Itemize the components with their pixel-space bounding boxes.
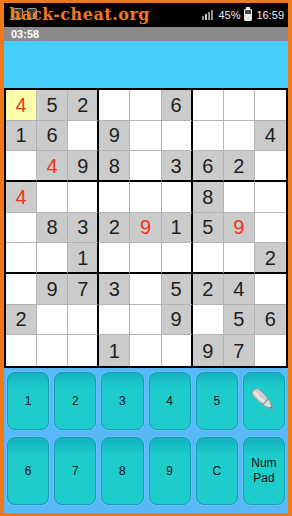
cell-r5c8[interactable]: 9 (224, 213, 255, 244)
cell-r8c4[interactable] (99, 305, 130, 336)
game-timer: 03:58 (4, 27, 288, 41)
cell-r6c1[interactable] (6, 243, 37, 274)
cell-r7c1[interactable] (6, 274, 37, 305)
pencil-icon (246, 383, 282, 419)
cell-r6c5[interactable] (130, 243, 161, 274)
ad-banner (4, 41, 288, 88)
cell-r3c5[interactable] (130, 151, 161, 182)
cell-r4c1[interactable]: 4 (6, 182, 37, 213)
cell-r1c7[interactable] (193, 90, 224, 121)
key-7[interactable]: 7 (54, 437, 96, 505)
sudoku-board: 45261694498362488329159129735242956197 (4, 88, 288, 368)
cell-r4c5[interactable] (130, 182, 161, 213)
cell-r8c6[interactable]: 9 (162, 305, 193, 336)
cell-r3c6[interactable]: 3 (162, 151, 193, 182)
cell-r9c6[interactable] (162, 335, 193, 366)
cell-r1c2[interactable]: 5 (37, 90, 68, 121)
cell-r4c7[interactable]: 8 (193, 182, 224, 213)
cell-r3c4[interactable]: 8 (99, 151, 130, 182)
cell-r8c1[interactable]: 2 (6, 305, 37, 336)
cell-r7c5[interactable] (130, 274, 161, 305)
cell-r1c3[interactable]: 2 (68, 90, 99, 121)
cell-r2c9[interactable]: 4 (255, 121, 286, 152)
cell-r1c6[interactable]: 6 (162, 90, 193, 121)
cell-r4c4[interactable] (99, 182, 130, 213)
cell-r5c6[interactable]: 1 (162, 213, 193, 244)
key-3[interactable]: 3 (101, 372, 143, 430)
cell-r3c3[interactable]: 9 (68, 151, 99, 182)
cell-r5c9[interactable] (255, 213, 286, 244)
battery-percent: 45% (218, 9, 240, 21)
cell-r4c8[interactable] (224, 182, 255, 213)
cell-r6c4[interactable] (99, 243, 130, 274)
signal-strength-icon (202, 10, 213, 20)
cell-r9c1[interactable] (6, 335, 37, 366)
cell-r2c1[interactable]: 1 (6, 121, 37, 152)
clock-text: 16:59 (256, 9, 284, 21)
key-1[interactable]: 1 (7, 372, 49, 430)
clear-button[interactable]: C (196, 437, 238, 505)
cell-r9c8[interactable]: 7 (224, 335, 255, 366)
cell-r9c3[interactable] (68, 335, 99, 366)
cell-r5c1[interactable] (6, 213, 37, 244)
key-9[interactable]: 9 (149, 437, 191, 505)
number-pad: 12345 6789CNum Pad (4, 368, 288, 513)
cell-r1c5[interactable] (130, 90, 161, 121)
cell-r9c7[interactable]: 9 (193, 335, 224, 366)
cell-r1c8[interactable] (224, 90, 255, 121)
pad-row-1: 12345 (7, 372, 285, 430)
cell-r5c5[interactable]: 9 (130, 213, 161, 244)
cell-r8c3[interactable] (68, 305, 99, 336)
watermark-text: hack-cheat.org (9, 5, 150, 24)
cell-r8c5[interactable] (130, 305, 161, 336)
pencil-button[interactable] (243, 372, 285, 430)
key-8[interactable]: 8 (101, 437, 143, 505)
cell-r1c9[interactable] (255, 90, 286, 121)
cell-r7c7[interactable]: 2 (193, 274, 224, 305)
cell-r3c7[interactable]: 6 (193, 151, 224, 182)
cell-r8c2[interactable] (37, 305, 68, 336)
cell-r1c4[interactable] (99, 90, 130, 121)
cell-r8c7[interactable] (193, 305, 224, 336)
cell-r2c5[interactable] (130, 121, 161, 152)
status-bar: hack-cheat.org 45% 16:59 (4, 3, 288, 27)
cell-r2c4[interactable]: 9 (99, 121, 130, 152)
cell-r6c6[interactable] (162, 243, 193, 274)
cell-r6c7[interactable] (193, 243, 224, 274)
cell-r3c2[interactable]: 4 (37, 151, 68, 182)
app-window: hack-cheat.org 45% 16:59 03:58 452616944… (0, 0, 292, 516)
cell-r6c2[interactable] (37, 243, 68, 274)
key-5[interactable]: 5 (196, 372, 238, 430)
cell-r5c4[interactable]: 2 (99, 213, 130, 244)
cell-r9c4[interactable]: 1 (99, 335, 130, 366)
cell-r7c3[interactable]: 7 (68, 274, 99, 305)
cell-r2c2[interactable]: 6 (37, 121, 68, 152)
cell-r3c1[interactable] (6, 151, 37, 182)
cell-r8c8[interactable]: 5 (224, 305, 255, 336)
pad-row-2: 6789CNum Pad (7, 437, 285, 505)
cell-r4c3[interactable] (68, 182, 99, 213)
numpad-button[interactable]: Num Pad (243, 437, 285, 505)
cell-r9c9[interactable] (255, 335, 286, 366)
cell-r7c2[interactable]: 9 (37, 274, 68, 305)
cell-r9c2[interactable] (37, 335, 68, 366)
cell-r3c9[interactable] (255, 151, 286, 182)
cell-r4c2[interactable] (37, 182, 68, 213)
cell-r2c8[interactable] (224, 121, 255, 152)
cell-r5c7[interactable]: 5 (193, 213, 224, 244)
key-4[interactable]: 4 (149, 372, 191, 430)
cell-r3c8[interactable]: 2 (224, 151, 255, 182)
key-6[interactable]: 6 (7, 437, 49, 505)
cell-r5c2[interactable]: 8 (37, 213, 68, 244)
cell-r6c9[interactable]: 2 (255, 243, 286, 274)
cell-r5c3[interactable]: 3 (68, 213, 99, 244)
key-2[interactable]: 2 (54, 372, 96, 430)
cell-r2c6[interactable] (162, 121, 193, 152)
cell-r9c5[interactable] (130, 335, 161, 366)
cell-r7c9[interactable] (255, 274, 286, 305)
battery-icon (244, 9, 252, 21)
cell-r2c7[interactable] (193, 121, 224, 152)
cell-r2c3[interactable] (68, 121, 99, 152)
cell-r7c4[interactable]: 3 (99, 274, 130, 305)
cell-r4c6[interactable] (162, 182, 193, 213)
cell-r4c9[interactable] (255, 182, 286, 213)
cell-r7c8[interactable]: 4 (224, 274, 255, 305)
cell-r6c8[interactable] (224, 243, 255, 274)
cell-r1c1[interactable]: 4 (6, 90, 37, 121)
cell-r8c9[interactable]: 6 (255, 305, 286, 336)
cell-r7c6[interactable]: 5 (162, 274, 193, 305)
cell-r6c3[interactable]: 1 (68, 243, 99, 274)
